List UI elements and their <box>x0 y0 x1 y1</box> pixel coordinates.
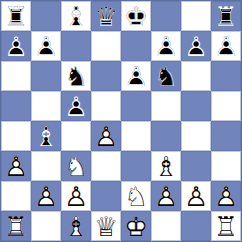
piece-glyph-outline: ♙ <box>121 61 151 91</box>
piece-white-knight: ♞♘ <box>121 181 151 211</box>
square-g4[interactable] <box>181 121 211 151</box>
piece-black-pawn: ♟♙ <box>1 31 31 61</box>
piece-glyph-outline: ♖ <box>1 1 31 31</box>
piece-glyph-outline: ♙ <box>91 121 121 151</box>
square-c7[interactable] <box>61 31 91 61</box>
square-h6[interactable] <box>211 61 241 91</box>
square-e1[interactable]: ♚♔ <box>121 211 151 241</box>
piece-white-bishop: ♝♗ <box>61 211 91 241</box>
piece-glyph-outline: ♙ <box>1 31 31 61</box>
piece-white-rook: ♜♖ <box>211 211 241 241</box>
square-e3[interactable] <box>121 151 151 181</box>
square-d1[interactable]: ♛♕ <box>91 211 121 241</box>
piece-glyph-outline: ♘ <box>121 181 151 211</box>
square-e5[interactable] <box>121 91 151 121</box>
square-h8[interactable]: ♜♖ <box>211 1 241 31</box>
piece-glyph-outline: ♘ <box>61 61 91 91</box>
piece-glyph-outline: ♘ <box>151 61 181 91</box>
piece-glyph-outline: ♗ <box>61 211 91 241</box>
piece-glyph-outline: ♔ <box>121 1 151 31</box>
square-f8[interactable] <box>151 1 181 31</box>
square-e2[interactable]: ♞♘ <box>121 181 151 211</box>
piece-glyph-outline: ♙ <box>31 181 61 211</box>
square-c5[interactable]: ♟♙ <box>61 91 91 121</box>
square-h1[interactable]: ♜♖ <box>211 211 241 241</box>
square-c3[interactable]: ♞♘ <box>61 151 91 181</box>
square-b7[interactable]: ♟♙ <box>31 31 61 61</box>
piece-black-knight: ♞♘ <box>61 61 91 91</box>
piece-white-queen: ♛♕ <box>91 211 121 241</box>
square-b1[interactable] <box>31 211 61 241</box>
square-g2[interactable]: ♟♙ <box>181 181 211 211</box>
piece-white-pawn: ♟♙ <box>211 181 241 211</box>
piece-glyph-outline: ♗ <box>61 1 91 31</box>
square-e8[interactable]: ♚♔ <box>121 1 151 31</box>
square-f4[interactable] <box>151 121 181 151</box>
piece-glyph-outline: ♙ <box>151 181 181 211</box>
piece-white-pawn: ♟♙ <box>1 151 31 181</box>
piece-glyph-outline: ♕ <box>91 211 121 241</box>
square-h2[interactable]: ♟♙ <box>211 181 241 211</box>
square-g8[interactable] <box>181 1 211 31</box>
piece-black-pawn: ♟♙ <box>151 31 181 61</box>
square-g3[interactable] <box>181 151 211 181</box>
piece-white-rook: ♜♖ <box>1 211 31 241</box>
square-g6[interactable] <box>181 61 211 91</box>
square-a3[interactable]: ♟♙ <box>1 151 31 181</box>
piece-black-bishop: ♝♗ <box>61 1 91 31</box>
piece-black-pawn: ♟♙ <box>121 61 151 91</box>
square-b6[interactable] <box>31 61 61 91</box>
square-d6[interactable] <box>91 61 121 91</box>
square-f5[interactable] <box>151 91 181 121</box>
piece-white-pawn: ♟♙ <box>31 181 61 211</box>
square-a7[interactable]: ♟♙ <box>1 31 31 61</box>
piece-black-pawn: ♟♙ <box>181 31 211 61</box>
square-h5[interactable] <box>211 91 241 121</box>
square-b4[interactable]: ♝♗ <box>31 121 61 151</box>
square-d7[interactable] <box>91 31 121 61</box>
piece-white-pawn: ♟♙ <box>91 121 121 151</box>
square-f1[interactable] <box>151 211 181 241</box>
square-g5[interactable] <box>181 91 211 121</box>
piece-white-pawn: ♟♙ <box>151 181 181 211</box>
square-a4[interactable] <box>1 121 31 151</box>
square-d2[interactable] <box>91 181 121 211</box>
piece-black-pawn: ♟♙ <box>31 31 61 61</box>
square-f2[interactable]: ♟♙ <box>151 181 181 211</box>
piece-glyph-outline: ♙ <box>211 31 241 61</box>
square-c4[interactable] <box>61 121 91 151</box>
piece-glyph-outline: ♕ <box>91 1 121 31</box>
square-a5[interactable] <box>1 91 31 121</box>
piece-glyph-outline: ♙ <box>61 91 91 121</box>
piece-black-rook: ♜♖ <box>1 1 31 31</box>
piece-glyph-outline: ♗ <box>151 151 181 181</box>
piece-glyph-outline: ♖ <box>1 211 31 241</box>
piece-white-king: ♚♔ <box>121 211 151 241</box>
square-b5[interactable] <box>31 91 61 121</box>
square-b3[interactable] <box>31 151 61 181</box>
square-f3[interactable]: ♝♗ <box>151 151 181 181</box>
square-e7[interactable] <box>121 31 151 61</box>
square-e4[interactable] <box>121 121 151 151</box>
square-a1[interactable]: ♜♖ <box>1 211 31 241</box>
square-b2[interactable]: ♟♙ <box>31 181 61 211</box>
square-c8[interactable]: ♝♗ <box>61 1 91 31</box>
piece-glyph-outline: ♙ <box>1 151 31 181</box>
piece-white-knight: ♞♘ <box>61 151 91 181</box>
piece-glyph-outline: ♙ <box>181 181 211 211</box>
piece-white-pawn: ♟♙ <box>61 181 91 211</box>
square-d4[interactable]: ♟♙ <box>91 121 121 151</box>
square-e6[interactable]: ♟♙ <box>121 61 151 91</box>
chess-board: ♜♖♝♗♛♕♚♔♜♖♟♙♟♙♟♙♟♙♟♙♞♘♟♙♞♘♟♙♝♗♟♙♟♙♞♘♝♗♟♙… <box>0 0 242 242</box>
square-f6[interactable]: ♞♘ <box>151 61 181 91</box>
piece-black-bishop: ♝♗ <box>31 121 61 151</box>
square-d5[interactable] <box>91 91 121 121</box>
square-d3[interactable] <box>91 151 121 181</box>
square-d8[interactable]: ♛♕ <box>91 1 121 31</box>
piece-glyph-outline: ♖ <box>211 1 241 31</box>
square-a2[interactable] <box>1 181 31 211</box>
piece-black-king: ♚♔ <box>121 1 151 31</box>
square-a8[interactable]: ♜♖ <box>1 1 31 31</box>
piece-glyph-outline: ♘ <box>61 151 91 181</box>
piece-black-knight: ♞♘ <box>151 61 181 91</box>
square-c2[interactable]: ♟♙ <box>61 181 91 211</box>
piece-glyph-outline: ♙ <box>31 31 61 61</box>
square-a6[interactable] <box>1 61 31 91</box>
piece-glyph-outline: ♖ <box>211 211 241 241</box>
square-h3[interactable] <box>211 151 241 181</box>
piece-black-rook: ♜♖ <box>211 1 241 31</box>
piece-glyph-outline: ♙ <box>61 181 91 211</box>
piece-glyph-outline: ♗ <box>31 121 61 151</box>
piece-white-bishop: ♝♗ <box>151 151 181 181</box>
square-h7[interactable]: ♟♙ <box>211 31 241 61</box>
piece-glyph-outline: ♔ <box>121 211 151 241</box>
piece-black-queen: ♛♕ <box>91 1 121 31</box>
piece-black-pawn: ♟♙ <box>211 31 241 61</box>
square-f7[interactable]: ♟♙ <box>151 31 181 61</box>
piece-glyph-outline: ♙ <box>151 31 181 61</box>
square-b8[interactable] <box>31 1 61 31</box>
square-c1[interactable]: ♝♗ <box>61 211 91 241</box>
piece-black-pawn: ♟♙ <box>61 91 91 121</box>
square-g7[interactable]: ♟♙ <box>181 31 211 61</box>
piece-glyph-outline: ♙ <box>181 31 211 61</box>
square-c6[interactable]: ♞♘ <box>61 61 91 91</box>
piece-glyph-outline: ♙ <box>211 181 241 211</box>
square-h4[interactable] <box>211 121 241 151</box>
square-g1[interactable] <box>181 211 211 241</box>
piece-white-pawn: ♟♙ <box>181 181 211 211</box>
